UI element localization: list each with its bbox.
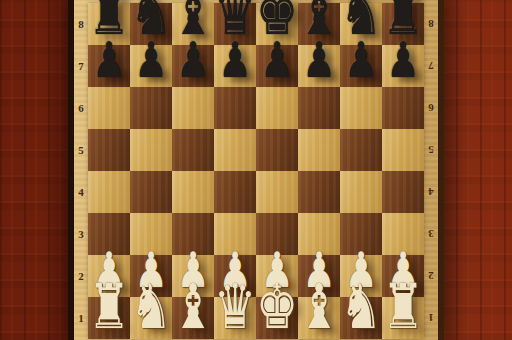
square-h6[interactable] xyxy=(382,87,424,129)
rank-label-left-2: 2 xyxy=(74,255,88,297)
square-a7[interactable]: ♟ xyxy=(88,45,130,87)
square-c5[interactable] xyxy=(172,129,214,171)
square-f5[interactable] xyxy=(298,129,340,171)
square-f7[interactable]: ♟ xyxy=(298,45,340,87)
rank-label-right-1: 1 xyxy=(424,297,438,339)
square-d1[interactable]: ♛ xyxy=(214,297,256,339)
piece-white-knight-b1[interactable]: ♞ xyxy=(130,275,172,337)
piece-black-pawn-a7[interactable]: ♟ xyxy=(92,36,125,85)
square-e1[interactable]: ♚ xyxy=(256,297,298,339)
rank-label-left-8: 8 xyxy=(74,3,88,45)
square-b1[interactable]: ♞ xyxy=(130,297,172,339)
square-e4[interactable] xyxy=(256,171,298,213)
square-b7[interactable]: ♟ xyxy=(130,45,172,87)
piece-white-bishop-f1[interactable]: ♝ xyxy=(298,275,340,337)
square-d6[interactable] xyxy=(214,87,256,129)
piece-white-rook-a1[interactable]: ♜ xyxy=(88,275,130,337)
piece-white-bishop-c1[interactable]: ♝ xyxy=(172,275,214,337)
square-g7[interactable]: ♟ xyxy=(340,45,382,87)
rank-label-right-5: 5 xyxy=(424,129,438,171)
rank-label-left-4: 4 xyxy=(74,171,88,213)
square-c6[interactable] xyxy=(172,87,214,129)
rank-label-left-1: 1 xyxy=(74,297,88,339)
square-b6[interactable] xyxy=(130,87,172,129)
rank-label-right-4: 4 xyxy=(424,171,438,213)
square-d7[interactable]: ♟ xyxy=(214,45,256,87)
square-h1[interactable]: ♜ xyxy=(382,297,424,339)
rank-label-left-5: 5 xyxy=(74,129,88,171)
rank-label-right-3: 3 xyxy=(424,213,438,255)
square-f6[interactable] xyxy=(298,87,340,129)
square-f1[interactable]: ♝ xyxy=(298,297,340,339)
square-g4[interactable] xyxy=(340,171,382,213)
square-e6[interactable] xyxy=(256,87,298,129)
square-d4[interactable] xyxy=(214,171,256,213)
square-g6[interactable] xyxy=(340,87,382,129)
square-a4[interactable] xyxy=(88,171,130,213)
square-h7[interactable]: ♟ xyxy=(382,45,424,87)
square-f4[interactable] xyxy=(298,171,340,213)
rank-label-left-6: 6 xyxy=(74,87,88,129)
chess-board-rail: ♜♞♝♛♚♝♞♜♟♟♟♟♟♟♟♟♟♟♟♟♟♟♟♟♜♞♝♛♚♝♞♜ 8765432… xyxy=(74,0,438,340)
square-c4[interactable] xyxy=(172,171,214,213)
square-e7[interactable]: ♟ xyxy=(256,45,298,87)
chess-board-frame: ♜♞♝♛♚♝♞♜♟♟♟♟♟♟♟♟♟♟♟♟♟♟♟♟♜♞♝♛♚♝♞♜ 8765432… xyxy=(68,0,444,340)
rank-label-right-7: 7 xyxy=(424,45,438,87)
piece-black-pawn-d7[interactable]: ♟ xyxy=(218,36,251,85)
square-d5[interactable] xyxy=(214,129,256,171)
piece-black-pawn-h7[interactable]: ♟ xyxy=(386,36,419,85)
square-a1[interactable]: ♜ xyxy=(88,297,130,339)
square-g5[interactable] xyxy=(340,129,382,171)
piece-white-king-e1[interactable]: ♚ xyxy=(256,275,298,337)
piece-black-pawn-g7[interactable]: ♟ xyxy=(344,36,377,85)
square-c7[interactable]: ♟ xyxy=(172,45,214,87)
rank-label-right-6: 6 xyxy=(424,87,438,129)
square-g1[interactable]: ♞ xyxy=(340,297,382,339)
rank-label-left-7: 7 xyxy=(74,45,88,87)
square-h5[interactable] xyxy=(382,129,424,171)
piece-black-pawn-c7[interactable]: ♟ xyxy=(176,36,209,85)
square-b4[interactable] xyxy=(130,171,172,213)
square-h4[interactable] xyxy=(382,171,424,213)
square-c1[interactable]: ♝ xyxy=(172,297,214,339)
square-b5[interactable] xyxy=(130,129,172,171)
piece-white-rook-h1[interactable]: ♜ xyxy=(382,275,424,337)
square-a5[interactable] xyxy=(88,129,130,171)
piece-black-pawn-b7[interactable]: ♟ xyxy=(134,36,167,85)
piece-black-pawn-e7[interactable]: ♟ xyxy=(260,36,293,85)
piece-white-knight-g1[interactable]: ♞ xyxy=(340,275,382,337)
rank-label-left-3: 3 xyxy=(74,213,88,255)
piece-black-pawn-f7[interactable]: ♟ xyxy=(302,36,335,85)
piece-white-queen-d1[interactable]: ♛ xyxy=(214,275,256,337)
rank-label-right-8: 8 xyxy=(424,3,438,45)
square-e5[interactable] xyxy=(256,129,298,171)
rank-label-right-2: 2 xyxy=(424,255,438,297)
square-a6[interactable] xyxy=(88,87,130,129)
chess-board: ♜♞♝♛♚♝♞♜♟♟♟♟♟♟♟♟♟♟♟♟♟♟♟♟♜♞♝♛♚♝♞♜ xyxy=(88,3,424,339)
